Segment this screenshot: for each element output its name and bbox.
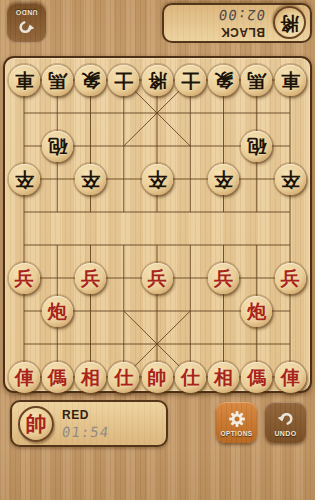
board-piece[interactable]: 帥 (142, 362, 173, 393)
black-player-name: BLACK (218, 25, 265, 39)
black-general-icon: 將 (273, 7, 306, 40)
board-piece[interactable]: 俥 (9, 362, 40, 393)
gear-icon (227, 409, 247, 429)
piece-glyph: 仕 (181, 362, 200, 393)
board-piece[interactable]: 卒 (9, 164, 40, 195)
board-piece[interactable]: 卒 (275, 164, 306, 195)
undo-icon (17, 18, 37, 38)
piece-glyph: 帥 (148, 362, 167, 393)
black-timer: 02:00 (217, 7, 266, 23)
piece-glyph: 卒 (81, 164, 100, 195)
board-piece[interactable]: 俥 (275, 362, 306, 393)
piece-glyph: 仕 (114, 362, 133, 393)
piece-glyph: 相 (214, 362, 233, 393)
board-piece[interactable]: 馬 (241, 65, 272, 96)
piece-glyph: 士 (114, 65, 133, 96)
board-piece[interactable]: 卒 (75, 164, 106, 195)
board-piece[interactable]: 炮 (42, 296, 73, 327)
piece-glyph: 將 (148, 65, 167, 96)
board-piece[interactable]: 士 (175, 65, 206, 96)
piece-glyph: 砲 (247, 131, 266, 162)
board-piece[interactable]: 兵 (275, 263, 306, 294)
board-piece[interactable]: 相 (208, 362, 239, 393)
piece-glyph: 卒 (214, 164, 233, 195)
piece-glyph: 車 (281, 65, 300, 96)
piece-glyph: 兵 (81, 263, 100, 294)
red-player-name: RED (62, 408, 109, 422)
red-general-icon: 帥 (18, 406, 54, 442)
board-piece[interactable]: 車 (275, 65, 306, 96)
board-piece[interactable]: 仕 (108, 362, 139, 393)
piece-glyph: 炮 (247, 296, 266, 327)
board-piece[interactable]: 兵 (142, 263, 173, 294)
piece-glyph: 炮 (48, 296, 67, 327)
piece-glyph: 卒 (281, 164, 300, 195)
board-piece[interactable]: 兵 (208, 263, 239, 294)
board-piece[interactable]: 傌 (42, 362, 73, 393)
piece-glyph: 俥 (15, 362, 34, 393)
xiangqi-board[interactable]: 車馬象士將士象馬車砲砲卒卒卒卒卒兵兵兵兵兵炮炮俥傌相仕帥仕相傌俥 (3, 56, 312, 393)
board-piece[interactable]: 車 (9, 65, 40, 96)
board-piece[interactable]: 馬 (42, 65, 73, 96)
undo-button-black[interactable]: UNDO (7, 4, 46, 43)
options-button-label: OPTIONS (220, 430, 252, 437)
piece-glyph: 象 (214, 65, 233, 96)
undo-button-red[interactable]: UNDO (265, 402, 306, 443)
undo-icon (276, 409, 296, 429)
piece-glyph: 士 (181, 65, 200, 96)
board-piece[interactable]: 兵 (75, 263, 106, 294)
black-player-panel: 將 BLACK 02:00 (162, 3, 312, 43)
options-button[interactable]: OPTIONS (216, 402, 257, 443)
board-piece[interactable]: 士 (108, 65, 139, 96)
board-piece[interactable]: 卒 (208, 164, 239, 195)
piece-glyph: 兵 (15, 263, 34, 294)
piece-glyph: 相 (81, 362, 100, 393)
board-piece[interactable]: 卒 (142, 164, 173, 195)
board-piece[interactable]: 相 (75, 362, 106, 393)
piece-glyph: 馬 (48, 65, 67, 96)
red-timer: 01:54 (61, 424, 110, 440)
piece-glyph: 傌 (247, 362, 266, 393)
piece-glyph: 兵 (214, 263, 233, 294)
piece-glyph: 卒 (148, 164, 167, 195)
undo-button-label: UNDO (274, 430, 296, 437)
piece-glyph: 馬 (247, 65, 266, 96)
board-piece[interactable]: 炮 (241, 296, 272, 327)
board-piece[interactable]: 傌 (241, 362, 272, 393)
board-piece[interactable]: 仕 (175, 362, 206, 393)
undo-button-label: UNDO (15, 10, 37, 17)
piece-glyph: 俥 (281, 362, 300, 393)
board-piece[interactable]: 兵 (9, 263, 40, 294)
piece-glyph: 卒 (15, 164, 34, 195)
piece-glyph: 兵 (148, 263, 167, 294)
board-piece[interactable]: 將 (142, 65, 173, 96)
red-player-panel: 帥 RED 01:54 (10, 400, 168, 447)
piece-glyph: 象 (81, 65, 100, 96)
board-piece[interactable]: 象 (208, 65, 239, 96)
piece-glyph: 車 (15, 65, 34, 96)
board-piece[interactable]: 象 (75, 65, 106, 96)
piece-glyph: 砲 (48, 131, 67, 162)
board-piece[interactable]: 砲 (241, 131, 272, 162)
board-piece[interactable]: 砲 (42, 131, 73, 162)
piece-glyph: 兵 (281, 263, 300, 294)
piece-glyph: 傌 (48, 362, 67, 393)
xiangqi-app: { "game": "xiangqi", "position": { "fen"… (0, 0, 315, 500)
